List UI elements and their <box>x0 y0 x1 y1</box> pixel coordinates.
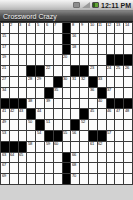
grid-cell[interactable] <box>27 174 35 184</box>
clue-number: 27 <box>2 77 6 81</box>
clue-number: 53 <box>2 131 6 135</box>
grid-cell[interactable] <box>63 99 71 109</box>
clue-number: 11 <box>98 23 102 27</box>
clue-number: 70 <box>72 174 76 178</box>
grid-cell[interactable] <box>89 163 97 173</box>
grid-cell[interactable] <box>10 55 18 65</box>
grid-cell[interactable] <box>45 153 53 163</box>
grid-cell[interactable] <box>45 77 53 87</box>
black-cell <box>89 131 97 141</box>
black-cell <box>71 66 79 76</box>
clue-number: 17 <box>2 45 6 49</box>
grid-cell[interactable]: 10 <box>89 23 97 33</box>
grid-cell[interactable]: 67 <box>1 163 9 173</box>
grid-cell[interactable]: 19 <box>1 55 9 65</box>
grid-cell[interactable]: 49 <box>1 120 9 130</box>
grid-cell[interactable] <box>71 99 79 109</box>
grid-cell[interactable]: 12 <box>107 23 115 33</box>
grid-cell[interactable] <box>36 163 44 173</box>
grid-cell[interactable] <box>89 174 97 184</box>
grid-cell[interactable]: 39 <box>45 99 53 109</box>
grid-cell[interactable] <box>71 55 79 65</box>
clue-number: 14 <box>125 23 129 27</box>
grid-cell[interactable]: 23 <box>89 66 97 76</box>
clue-number: 26 <box>125 66 129 70</box>
grid-cell[interactable] <box>124 131 132 141</box>
clue-number: 18 <box>72 45 76 49</box>
clue-number: 12 <box>107 23 111 27</box>
grid-cell[interactable]: 13 <box>115 23 123 33</box>
grid-cell[interactable] <box>107 142 115 152</box>
grid-cell[interactable] <box>98 109 106 119</box>
clue-number: 19 <box>2 55 6 59</box>
clue-number: 31 <box>72 77 76 81</box>
grid-cell[interactable] <box>10 131 18 141</box>
grid-cell[interactable]: 40 <box>98 99 106 109</box>
grid-cell[interactable] <box>63 88 71 98</box>
black-cell <box>45 131 53 141</box>
grid-cell[interactable] <box>80 142 88 152</box>
clue-number: 37 <box>107 88 111 92</box>
grid-cell[interactable] <box>54 66 62 76</box>
black-cell <box>36 120 44 130</box>
black-cell <box>10 142 18 152</box>
clue-number: 56 <box>72 131 76 135</box>
clue-number: 58 <box>28 142 32 146</box>
grid-cell[interactable] <box>10 88 18 98</box>
black-cell <box>19 142 27 152</box>
clue-number: 1 <box>2 23 4 27</box>
grid-cell[interactable] <box>107 153 115 163</box>
grid-cell[interactable] <box>19 131 27 141</box>
grid-cell[interactable]: 50 <box>27 120 35 130</box>
clue-number: 60 <box>54 142 58 146</box>
black-cell <box>63 45 71 55</box>
grid-cell[interactable]: 48 <box>124 109 132 119</box>
grid-cell[interactable] <box>98 45 106 55</box>
grid-cell[interactable]: 34 <box>1 88 9 98</box>
grid-cell[interactable] <box>54 109 62 119</box>
grid-cell[interactable]: 46 <box>107 109 115 119</box>
grid-cell[interactable] <box>107 174 115 184</box>
clue-number: 10 <box>90 23 94 27</box>
black-cell <box>63 34 71 44</box>
black-cell <box>80 66 88 76</box>
grid-cell[interactable]: 33 <box>98 77 106 87</box>
background <box>0 185 133 200</box>
grid-cell[interactable] <box>27 131 35 141</box>
clue-number: 63 <box>2 153 6 157</box>
grid-cell[interactable] <box>36 55 44 65</box>
grid-cell[interactable]: 1 <box>1 23 9 33</box>
clue-number: 4 <box>28 23 30 27</box>
grid-cell[interactable] <box>27 153 35 163</box>
clue-number: 30 <box>63 77 67 81</box>
black-cell <box>80 109 88 119</box>
clue-number: 46 <box>107 109 111 113</box>
app-title: Crossword Crazy <box>3 13 57 20</box>
grid-cell[interactable] <box>27 45 35 55</box>
grid-cell[interactable]: 9 <box>80 23 88 33</box>
clue-number: 29 <box>37 77 41 81</box>
grid-cell[interactable]: 17 <box>1 45 9 55</box>
clue-number: 20 <box>63 55 67 59</box>
clock-label: 12:11 PM <box>101 0 131 11</box>
grid-cell[interactable] <box>36 34 44 44</box>
grid-cell[interactable] <box>98 153 106 163</box>
grid-cell[interactable] <box>10 174 18 184</box>
grid-cell[interactable] <box>124 34 132 44</box>
grid-cell[interactable] <box>19 163 27 173</box>
grid-cell[interactable] <box>27 34 35 44</box>
clue-number: 45 <box>90 109 94 113</box>
grid-cell[interactable] <box>124 142 132 152</box>
black-cell <box>124 99 132 109</box>
grid-cell[interactable]: 15 <box>1 34 9 44</box>
grid-cell[interactable] <box>27 88 35 98</box>
grid-cell[interactable] <box>19 88 27 98</box>
clue-number: 25 <box>116 66 120 70</box>
clue-number: 54 <box>37 131 41 135</box>
grid-cell[interactable] <box>89 34 97 44</box>
battery-icon <box>92 2 99 8</box>
grid-cell[interactable]: 43 <box>19 109 27 119</box>
grid-cell[interactable]: 68 <box>71 163 79 173</box>
grid-cell[interactable] <box>45 55 53 65</box>
clue-number: 52 <box>81 120 85 124</box>
grid-cell[interactable] <box>36 142 44 152</box>
black-cell <box>107 55 115 65</box>
grid-cell[interactable]: 45 <box>89 109 97 119</box>
grid-cell[interactable] <box>115 77 123 87</box>
grid-cell[interactable] <box>80 131 88 141</box>
grid-cell[interactable] <box>89 55 97 65</box>
black-cell <box>124 55 132 65</box>
grid-cell[interactable]: 5 <box>36 23 44 33</box>
grid-cell[interactable] <box>54 174 62 184</box>
grid-cell[interactable]: 32 <box>80 77 88 87</box>
black-cell <box>1 142 9 152</box>
clue-number: 7 <box>54 23 56 27</box>
clue-number: 5 <box>37 23 39 27</box>
grid-cell[interactable] <box>36 174 44 184</box>
grid-cell[interactable] <box>10 120 18 130</box>
grid-cell[interactable]: 65 <box>19 153 27 163</box>
clue-number: 24 <box>107 66 111 70</box>
grid-cell[interactable] <box>107 120 115 130</box>
grid-cell[interactable] <box>19 66 27 76</box>
clue-number: 62 <box>98 142 102 146</box>
grid-cell[interactable]: 70 <box>71 174 79 184</box>
grid-cell[interactable] <box>10 77 18 87</box>
clue-number: 68 <box>72 163 76 167</box>
grid-cell[interactable] <box>19 174 27 184</box>
grid-cell[interactable] <box>80 174 88 184</box>
clue-number: 49 <box>2 120 6 124</box>
grid-cell[interactable] <box>36 153 44 163</box>
grid-cell[interactable]: 54 <box>36 131 44 141</box>
grid-cell[interactable] <box>19 55 27 65</box>
grid-cell[interactable]: 6 <box>45 23 53 33</box>
grid-cell[interactable]: 11 <box>98 23 106 33</box>
grid-cell[interactable] <box>71 109 79 119</box>
black-cell <box>54 131 62 141</box>
grid-cell[interactable]: 62 <box>98 142 106 152</box>
grid-cell[interactable] <box>36 88 44 98</box>
grid-cell[interactable]: 20 <box>63 55 71 65</box>
grid-cell[interactable] <box>54 34 62 44</box>
black-cell <box>45 88 53 98</box>
clue-number: 66 <box>72 153 76 157</box>
clue-number: 55 <box>63 131 67 135</box>
grid-cell[interactable] <box>63 109 71 119</box>
clue-number: 50 <box>28 120 32 124</box>
grid-cell[interactable] <box>115 45 123 55</box>
clue-number: 59 <box>46 142 50 146</box>
grid-cell[interactable]: 35 <box>54 88 62 98</box>
clue-number: 15 <box>2 34 6 38</box>
grid-cell[interactable] <box>124 153 132 163</box>
grid-cell[interactable] <box>10 163 18 173</box>
grid-cell[interactable]: 18 <box>71 45 79 55</box>
grid-cell[interactable] <box>80 163 88 173</box>
clue-number: 57 <box>107 131 111 135</box>
clue-number: 48 <box>125 109 129 113</box>
grid-cell[interactable] <box>27 55 35 65</box>
grid-cell[interactable] <box>115 153 123 163</box>
grid-cell[interactable] <box>115 120 123 130</box>
black-cell <box>89 77 97 87</box>
grid-cell[interactable]: 61 <box>89 142 97 152</box>
grid-cell[interactable] <box>19 45 27 55</box>
grid-cell[interactable] <box>54 120 62 130</box>
clue-number: 16 <box>72 34 76 38</box>
black-cell <box>27 109 35 119</box>
grid-cell[interactable]: 37 <box>107 88 115 98</box>
clue-number: 28 <box>28 77 32 81</box>
grid-cell[interactable] <box>115 34 123 44</box>
clue-number: 35 <box>54 88 58 92</box>
clue-number: 38 <box>28 99 32 103</box>
clue-number: 64 <box>10 153 14 157</box>
black-cell <box>71 120 79 130</box>
black-cell <box>115 55 123 65</box>
grid-cell[interactable]: 25 <box>115 66 123 76</box>
clue-number: 32 <box>81 77 85 81</box>
clue-number: 61 <box>90 142 94 146</box>
grid-cell[interactable]: 36 <box>89 88 97 98</box>
grid-cell[interactable] <box>98 120 106 130</box>
black-cell <box>63 23 71 33</box>
black-cell <box>115 99 123 109</box>
clue-number: 69 <box>2 174 6 178</box>
grid-cell[interactable] <box>124 77 132 87</box>
grid-cell[interactable] <box>80 55 88 65</box>
grid-cell[interactable] <box>45 34 53 44</box>
grid-cell[interactable]: 59 <box>45 142 53 152</box>
grid-cell[interactable] <box>54 163 62 173</box>
black-cell <box>54 77 62 87</box>
grid-cell[interactable] <box>80 153 88 163</box>
grid-cell[interactable]: 26 <box>124 66 132 76</box>
clue-number: 34 <box>2 88 6 92</box>
clue-number: 23 <box>90 66 94 70</box>
grid-cell[interactable] <box>115 174 123 184</box>
grid-cell[interactable] <box>45 109 53 119</box>
grid-cell[interactable]: 3 <box>19 23 27 33</box>
grid-cell[interactable] <box>36 99 44 109</box>
grid-cell[interactable] <box>98 174 106 184</box>
grid-cell[interactable] <box>98 34 106 44</box>
crossword-grid: 1234567891011121314151617181920212223242… <box>0 22 133 185</box>
grid-cell[interactable]: 30 <box>63 77 71 87</box>
grid-cell[interactable] <box>98 66 106 76</box>
clue-number: 65 <box>19 153 23 157</box>
grid-cell[interactable] <box>80 88 88 98</box>
grid-cell[interactable] <box>19 120 27 130</box>
black-cell <box>19 99 27 109</box>
grid-cell[interactable] <box>115 88 123 98</box>
grid-cell[interactable]: 41 <box>1 109 9 119</box>
grid-cell[interactable]: 55 <box>63 131 71 141</box>
grid-cell[interactable] <box>124 163 132 173</box>
grid-cell[interactable] <box>19 77 27 87</box>
status-bar: 12:11 PM <box>0 0 133 11</box>
grid-cell[interactable] <box>45 45 53 55</box>
grid-cell[interactable] <box>54 99 62 109</box>
grid-cell[interactable] <box>45 174 53 184</box>
black-cell <box>1 99 9 109</box>
grid-cell[interactable]: 8 <box>71 23 79 33</box>
grid-cell[interactable]: 69 <box>1 174 9 184</box>
grid-cell[interactable] <box>54 55 62 65</box>
grid-cell[interactable] <box>89 45 97 55</box>
grid-cell[interactable] <box>115 131 123 141</box>
grid-cell[interactable]: 2 <box>10 23 18 33</box>
grid-cell[interactable] <box>80 34 88 44</box>
grid-cell[interactable] <box>124 120 132 130</box>
usb-icon <box>73 2 80 8</box>
grid-cell[interactable]: 29 <box>36 77 44 87</box>
grid-cell[interactable] <box>10 66 18 76</box>
grid-cell[interactable] <box>89 99 97 109</box>
grid-cell[interactable]: 53 <box>1 131 9 141</box>
clue-number: 22 <box>46 66 50 70</box>
grid-cell[interactable] <box>27 163 35 173</box>
grid-cell[interactable]: 38 <box>27 99 35 109</box>
grid-cell[interactable] <box>98 163 106 173</box>
black-cell <box>98 131 106 141</box>
grid-cell[interactable] <box>45 163 53 173</box>
grid-cell[interactable] <box>10 45 18 55</box>
grid-cell[interactable]: 56 <box>71 131 79 141</box>
clue-number: 2 <box>10 23 12 27</box>
grid-cell[interactable]: 63 <box>1 153 9 163</box>
clue-number: 42 <box>10 109 14 113</box>
clue-number: 39 <box>46 99 50 103</box>
grid-cell[interactable]: 64 <box>10 153 18 163</box>
clue-number: 8 <box>72 23 74 27</box>
grid-cell[interactable] <box>80 99 88 109</box>
clue-number: 51 <box>46 120 50 124</box>
clue-number: 3 <box>19 23 21 27</box>
grid-cell[interactable] <box>36 45 44 55</box>
grid-cell[interactable] <box>80 45 88 55</box>
grid-cell[interactable] <box>19 34 27 44</box>
grid-cell[interactable]: 21 <box>1 66 9 76</box>
grid-cell[interactable] <box>98 55 106 65</box>
grid-cell[interactable]: 51 <box>45 120 53 130</box>
grid-cell[interactable]: 16 <box>71 34 79 44</box>
grid-cell[interactable]: 28 <box>27 77 35 87</box>
black-cell <box>10 99 18 109</box>
clue-number: 6 <box>46 23 48 27</box>
grid-cell[interactable]: 31 <box>71 77 79 87</box>
grid-cell[interactable]: 57 <box>107 131 115 141</box>
grid-cell[interactable]: 44 <box>36 109 44 119</box>
grid-cell[interactable]: 14 <box>124 23 132 33</box>
grid-cell[interactable] <box>63 142 71 152</box>
clue-number: 13 <box>116 23 120 27</box>
grid-cell[interactable]: 47 <box>115 109 123 119</box>
grid-cell[interactable]: 60 <box>54 142 62 152</box>
grid-cell[interactable]: 24 <box>107 66 115 76</box>
grid-cell[interactable] <box>63 66 71 76</box>
grid-cell[interactable] <box>115 142 123 152</box>
clue-number: 21 <box>2 66 6 70</box>
black-cell <box>27 66 35 76</box>
grid-cell[interactable]: 4 <box>27 23 35 33</box>
black-cell <box>63 163 71 173</box>
grid-cell[interactable]: 66 <box>71 153 79 163</box>
grid-cell[interactable] <box>107 77 115 87</box>
grid-cell[interactable]: 22 <box>45 66 53 76</box>
grid-cell[interactable] <box>107 45 115 55</box>
grid-cell[interactable] <box>89 153 97 163</box>
clue-number: 44 <box>37 109 41 113</box>
grid-cell[interactable] <box>107 163 115 173</box>
signal-strength-icon <box>82 2 90 8</box>
grid-cell[interactable] <box>54 153 62 163</box>
grid-cell[interactable] <box>124 174 132 184</box>
grid-cell[interactable] <box>54 45 62 55</box>
clue-number: 36 <box>90 88 94 92</box>
grid-cell[interactable] <box>89 120 97 130</box>
grid-cell[interactable] <box>71 142 79 152</box>
grid-cell[interactable] <box>107 34 115 44</box>
clue-number: 47 <box>116 109 120 113</box>
black-cell <box>63 174 71 184</box>
clue-number: 33 <box>98 77 102 81</box>
grid-cell[interactable] <box>71 88 79 98</box>
grid-cell[interactable] <box>63 120 71 130</box>
grid-cell[interactable]: 52 <box>80 120 88 130</box>
grid-cell[interactable] <box>124 88 132 98</box>
grid-cell[interactable]: 27 <box>1 77 9 87</box>
black-cell <box>36 66 44 76</box>
clue-number: 9 <box>81 23 83 27</box>
grid-cell[interactable] <box>124 45 132 55</box>
grid-cell[interactable] <box>115 163 123 173</box>
grid-cell[interactable] <box>10 34 18 44</box>
clue-number: 43 <box>19 109 23 113</box>
grid-cell[interactable]: 7 <box>54 23 62 33</box>
black-cell <box>63 153 71 163</box>
black-cell <box>98 88 106 98</box>
grid-cell[interactable]: 58 <box>27 142 35 152</box>
grid-cell[interactable]: 42 <box>10 109 18 119</box>
clue-number: 67 <box>2 163 6 167</box>
